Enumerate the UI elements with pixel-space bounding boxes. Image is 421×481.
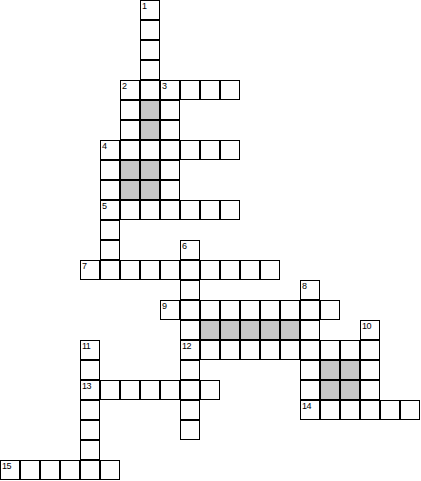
- cell[interactable]: [300, 300, 320, 320]
- cell[interactable]: [180, 300, 200, 320]
- shaded-cell: [140, 120, 160, 140]
- shaded-cell: [240, 320, 260, 340]
- cell[interactable]: 13: [80, 380, 100, 400]
- cell[interactable]: [360, 360, 380, 380]
- clue-number: 5: [102, 201, 107, 211]
- cell[interactable]: [240, 340, 260, 360]
- cell[interactable]: 3: [160, 80, 180, 100]
- cell[interactable]: [220, 140, 240, 160]
- cell[interactable]: [140, 40, 160, 60]
- cell[interactable]: [300, 340, 320, 360]
- clue-number: 12: [182, 341, 191, 351]
- clue-number: 11: [82, 341, 90, 351]
- clue-number: 15: [2, 461, 11, 471]
- cell[interactable]: [160, 160, 180, 180]
- cell[interactable]: 9: [160, 300, 180, 320]
- cell[interactable]: [100, 460, 120, 480]
- cell[interactable]: [120, 380, 140, 400]
- cell[interactable]: [220, 200, 240, 220]
- cell[interactable]: [140, 140, 160, 160]
- clue-number: 14: [302, 401, 311, 411]
- cell[interactable]: [180, 320, 200, 340]
- cell[interactable]: [180, 280, 200, 300]
- shaded-cell: [280, 320, 300, 340]
- cell[interactable]: [280, 340, 300, 360]
- cell[interactable]: [120, 100, 140, 120]
- shaded-cell: [200, 320, 220, 340]
- cell[interactable]: [320, 400, 340, 420]
- shaded-cell: [140, 100, 160, 120]
- shaded-cell: [220, 320, 240, 340]
- cell[interactable]: [140, 260, 160, 280]
- cell[interactable]: [160, 200, 180, 220]
- cell[interactable]: [220, 260, 240, 280]
- cell[interactable]: [240, 300, 260, 320]
- cell[interactable]: [160, 180, 180, 200]
- clue-number: 9: [162, 301, 167, 311]
- cell[interactable]: [120, 140, 140, 160]
- cell[interactable]: [200, 140, 220, 160]
- cell[interactable]: [300, 320, 320, 340]
- cell[interactable]: [100, 220, 120, 240]
- cell[interactable]: [200, 340, 220, 360]
- cell[interactable]: [300, 360, 320, 380]
- cell[interactable]: [60, 460, 80, 480]
- cell[interactable]: [80, 400, 100, 420]
- cell[interactable]: [160, 120, 180, 140]
- shaded-cell: [340, 360, 360, 380]
- clue-number: 10: [362, 321, 371, 331]
- cell[interactable]: [220, 340, 240, 360]
- cell[interactable]: 6: [180, 240, 200, 260]
- cell[interactable]: [80, 360, 100, 380]
- clue-number: 7: [82, 261, 87, 271]
- cell[interactable]: [180, 200, 200, 220]
- cell[interactable]: [120, 260, 140, 280]
- cell[interactable]: [140, 60, 160, 80]
- cell[interactable]: [180, 140, 200, 160]
- cell[interactable]: [260, 300, 280, 320]
- cell[interactable]: [380, 400, 400, 420]
- cell[interactable]: 15: [0, 460, 20, 480]
- cell[interactable]: [360, 380, 380, 400]
- cell[interactable]: [180, 420, 200, 440]
- cell[interactable]: 8: [300, 280, 320, 300]
- cell[interactable]: [200, 380, 220, 400]
- cell[interactable]: [260, 260, 280, 280]
- cell[interactable]: [140, 200, 160, 220]
- cell[interactable]: 12: [180, 340, 200, 360]
- shaded-cell: [260, 320, 280, 340]
- cell[interactable]: [80, 460, 100, 480]
- shaded-cell: [320, 360, 340, 380]
- cell[interactable]: 10: [360, 320, 380, 340]
- cell[interactable]: [180, 360, 200, 380]
- shaded-cell: [120, 180, 140, 200]
- cell[interactable]: 2: [120, 80, 140, 100]
- cell[interactable]: [160, 100, 180, 120]
- cell[interactable]: [180, 260, 200, 280]
- crossword-board: 123456789101112131415: [0, 0, 421, 481]
- cell[interactable]: [220, 80, 240, 100]
- cell[interactable]: 7: [80, 260, 100, 280]
- cell[interactable]: [160, 380, 180, 400]
- cell[interactable]: [20, 460, 40, 480]
- cell[interactable]: [100, 380, 120, 400]
- cell[interactable]: [180, 380, 200, 400]
- cell[interactable]: 14: [300, 400, 320, 420]
- cell[interactable]: [400, 400, 420, 420]
- cell[interactable]: [320, 300, 340, 320]
- clue-number: 2: [122, 81, 127, 91]
- cell[interactable]: [360, 340, 380, 360]
- clue-number: 8: [302, 281, 307, 291]
- cell[interactable]: [360, 400, 380, 420]
- cell[interactable]: [80, 440, 100, 460]
- cell[interactable]: [100, 240, 120, 260]
- cell[interactable]: [200, 300, 220, 320]
- cell[interactable]: [340, 400, 360, 420]
- cell[interactable]: [100, 180, 120, 200]
- cell[interactable]: [100, 160, 120, 180]
- cell[interactable]: 1: [140, 0, 160, 20]
- cell[interactable]: 4: [100, 140, 120, 160]
- shaded-cell: [140, 160, 160, 180]
- cell[interactable]: 11: [80, 340, 100, 360]
- clue-number: 6: [182, 241, 187, 251]
- cell[interactable]: [160, 140, 180, 160]
- cell[interactable]: [180, 80, 200, 100]
- cell[interactable]: [200, 200, 220, 220]
- cell[interactable]: [280, 300, 300, 320]
- cell[interactable]: [300, 380, 320, 400]
- cell[interactable]: [140, 380, 160, 400]
- cell[interactable]: [240, 260, 260, 280]
- cell[interactable]: [40, 460, 60, 480]
- shaded-cell: [120, 160, 140, 180]
- cell[interactable]: [320, 340, 340, 360]
- clue-number: 4: [102, 141, 107, 151]
- cell[interactable]: [160, 260, 180, 280]
- cell[interactable]: [120, 120, 140, 140]
- clue-number: 1: [142, 1, 147, 11]
- cell[interactable]: [140, 80, 160, 100]
- cell[interactable]: [200, 80, 220, 100]
- shaded-cell: [320, 380, 340, 400]
- cell[interactable]: [140, 20, 160, 40]
- cell[interactable]: [260, 340, 280, 360]
- cell[interactable]: [220, 300, 240, 320]
- clue-number: 13: [82, 381, 91, 391]
- shaded-cell: [340, 380, 360, 400]
- clue-number: 3: [162, 81, 167, 91]
- cell[interactable]: [340, 340, 360, 360]
- cell[interactable]: [120, 200, 140, 220]
- cell[interactable]: [200, 260, 220, 280]
- cell[interactable]: [180, 400, 200, 420]
- cell[interactable]: [80, 420, 100, 440]
- shaded-cell: [140, 180, 160, 200]
- cell[interactable]: 5: [100, 200, 120, 220]
- cell[interactable]: [100, 260, 120, 280]
